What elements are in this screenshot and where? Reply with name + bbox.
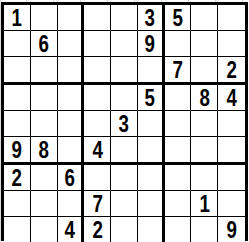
cell-r4c9: 4 [218,85,245,111]
cell-r8c6[interactable] [138,191,165,217]
cell-r4c4[interactable] [84,85,111,111]
cell-r3c3[interactable] [58,57,85,85]
cell-r5c4[interactable] [84,111,111,137]
cell-r9c3: 4 [58,217,85,242]
sudoku-screenshot: 135697258439842671429 [0,0,249,242]
cell-r9c7[interactable] [165,217,192,242]
cell-r8c9[interactable] [218,191,245,217]
cell-r5c2[interactable] [31,111,58,137]
cell-r8c1[interactable] [4,191,31,217]
cell-r5c8[interactable] [191,111,218,137]
given-digit: 6 [64,165,74,190]
cell-r6c5[interactable] [111,137,138,165]
given-digit: 6 [38,31,48,56]
cell-r7c2[interactable] [31,165,58,191]
cell-r7c8[interactable] [191,165,218,191]
given-digit: 3 [119,111,129,136]
cell-r5c1[interactable] [4,111,31,137]
cell-r9c2[interactable] [31,217,58,242]
cell-r1c9[interactable] [218,5,245,31]
given-digit: 7 [172,57,182,82]
cell-r1c2[interactable] [31,5,58,31]
sudoku-board: 135697258439842671429 [1,2,248,241]
cell-r7c9[interactable] [218,165,245,191]
cell-r9c8[interactable] [191,217,218,242]
given-digit: 8 [199,85,209,110]
cell-r3c5[interactable] [111,57,138,85]
cell-r3c9: 2 [218,57,245,85]
cell-r2c6: 9 [138,31,165,57]
cell-r7c3: 6 [58,165,85,191]
cell-r4c1[interactable] [4,85,31,111]
given-digit: 9 [226,217,236,242]
cell-r8c7[interactable] [165,191,192,217]
given-digit: 2 [92,217,102,242]
cell-r2c3[interactable] [58,31,85,57]
cell-r5c3[interactable] [58,111,85,137]
cell-r6c9[interactable] [218,137,245,165]
cell-r3c6[interactable] [138,57,165,85]
given-digit: 2 [226,57,236,82]
cell-r9c9: 9 [218,217,245,242]
cell-r2c8[interactable] [191,31,218,57]
cell-r7c6[interactable] [138,165,165,191]
cell-r3c2[interactable] [31,57,58,85]
cell-r3c8[interactable] [191,57,218,85]
cell-r8c2[interactable] [31,191,58,217]
cell-r4c5[interactable] [111,85,138,111]
cell-r4c3[interactable] [58,85,85,111]
given-digit: 4 [64,217,74,242]
given-digit: 2 [12,165,22,190]
cell-r9c5[interactable] [111,217,138,242]
cell-r2c9[interactable] [218,31,245,57]
cell-r6c8[interactable] [191,137,218,165]
cell-r9c1[interactable] [4,217,31,242]
given-digit: 4 [226,85,236,110]
given-digit: 5 [145,85,155,110]
cell-r8c3[interactable] [58,191,85,217]
cell-r2c1[interactable] [4,31,31,57]
given-digit: 8 [38,137,48,162]
given-digit: 1 [199,191,209,216]
cell-r6c3[interactable] [58,137,85,165]
cell-r1c5[interactable] [111,5,138,31]
cell-r1c6: 3 [138,5,165,31]
cell-r5c5: 3 [111,111,138,137]
cell-r1c3[interactable] [58,5,85,31]
cell-r9c6[interactable] [138,217,165,242]
cell-r2c5[interactable] [111,31,138,57]
cell-r1c1: 1 [4,5,31,31]
cell-r7c5[interactable] [111,165,138,191]
cell-r6c6[interactable] [138,137,165,165]
cell-r6c1: 9 [4,137,31,165]
given-digit: 5 [172,5,182,30]
cell-r5c9[interactable] [218,111,245,137]
cell-r7c4[interactable] [84,165,111,191]
cell-r2c2: 6 [31,31,58,57]
given-digit: 3 [145,5,155,30]
cell-r6c7[interactable] [165,137,192,165]
cell-r6c2: 8 [31,137,58,165]
cell-r9c4: 2 [84,217,111,242]
cell-r1c7: 5 [165,5,192,31]
cell-r4c6: 5 [138,85,165,111]
cell-r3c7: 7 [165,57,192,85]
given-digit: 7 [92,191,102,216]
given-digit: 9 [12,137,22,162]
given-digit: 9 [145,31,155,56]
cell-r1c8[interactable] [191,5,218,31]
cell-r8c5[interactable] [111,191,138,217]
cell-r1c4[interactable] [84,5,111,31]
cell-r3c4[interactable] [84,57,111,85]
cell-r7c1: 2 [4,165,31,191]
cell-r5c6[interactable] [138,111,165,137]
cell-r3c1[interactable] [4,57,31,85]
cell-r4c7[interactable] [165,85,192,111]
cell-r4c8: 8 [191,85,218,111]
given-digit: 4 [92,137,102,162]
cell-r7c7[interactable] [165,165,192,191]
cell-r4c2[interactable] [31,85,58,111]
cell-r2c4[interactable] [84,31,111,57]
cell-r8c8: 1 [191,191,218,217]
cell-r5c7[interactable] [165,111,192,137]
cell-r8c4: 7 [84,191,111,217]
cell-r2c7[interactable] [165,31,192,57]
given-digit: 1 [12,5,22,30]
cell-r6c4: 4 [84,137,111,165]
